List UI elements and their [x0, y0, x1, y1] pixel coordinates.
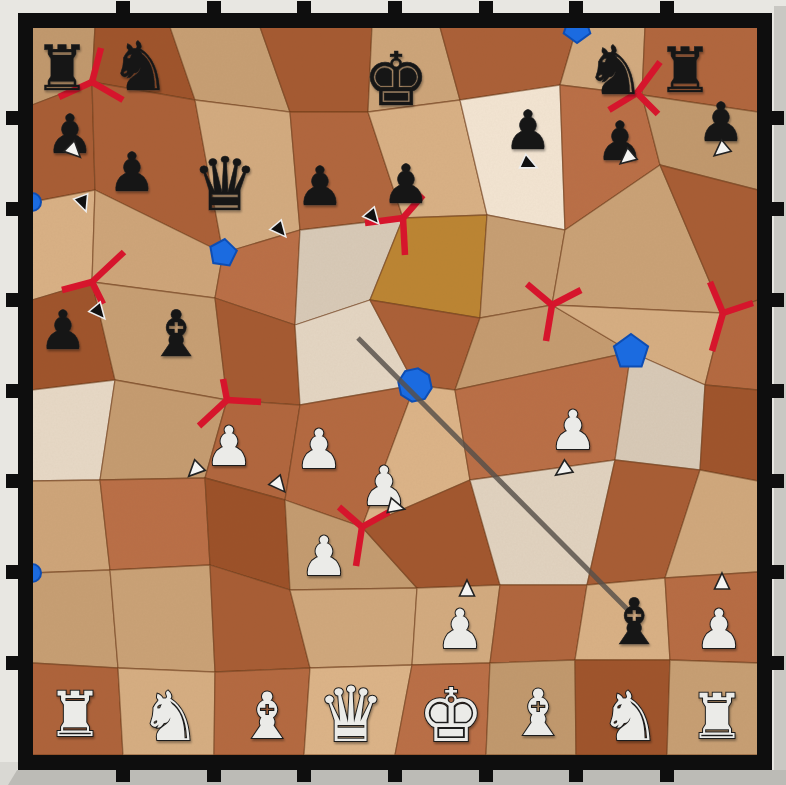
frame-tick: [660, 769, 674, 782]
frame-tick: [207, 1, 221, 14]
frame-tick: [116, 769, 130, 782]
frame-tick: [660, 1, 674, 14]
frame-tick: [207, 769, 221, 782]
chess-app-window: ♜♞♚♞♜♟♟♛♟♟♟♟♟♟♝♝♟♟♟♟♟♟♟♜♞♝♛♚♝♞♜: [0, 0, 786, 785]
frame-tick: [771, 474, 784, 488]
frame-tick: [6, 656, 19, 670]
frame-tick: [771, 293, 784, 307]
red-fork-arm-icon: [227, 400, 261, 402]
frame-tick: [771, 202, 784, 216]
frame-tick: [6, 474, 19, 488]
frame-tick: [479, 769, 493, 782]
piece-white-bishop-c1[interactable]: ♝: [238, 679, 295, 753]
piece-black-queen-c7[interactable]: ♛: [192, 141, 258, 227]
piece-white-pawn-d4[interactable]: ♟: [295, 418, 343, 481]
frame-tick: [388, 1, 402, 14]
piece-black-king-e8[interactable]: ♚: [363, 36, 429, 122]
frame-tick: [116, 1, 130, 14]
frame-tick: [6, 293, 19, 307]
piece-black-pawn-a7[interactable]: ♟: [46, 103, 94, 166]
piece-white-bishop-f1[interactable]: ♝: [509, 676, 566, 750]
piece-black-rook-a8[interactable]: ♜: [34, 32, 90, 105]
piece-black-pawn-b7[interactable]: ♟: [108, 141, 156, 204]
frame-tick: [6, 565, 19, 579]
warped-chessboard[interactable]: ♜♞♚♞♜♟♟♛♟♟♟♟♟♟♝♝♟♟♟♟♟♟♟♜♞♝♛♚♝♞♜: [0, 0, 786, 785]
piece-black-bishop-b5[interactable]: ♝: [147, 297, 204, 371]
frame-tick: [569, 769, 583, 782]
frame-tick: [771, 384, 784, 398]
frame-tick: [388, 769, 402, 782]
piece-black-pawn-f7[interactable]: ♟: [504, 99, 552, 162]
frame-tick: [569, 1, 583, 14]
piece-white-pawn-e2[interactable]: ♟: [436, 598, 484, 661]
frame-tick: [297, 769, 311, 782]
piece-black-bishop-g2[interactable]: ♝: [605, 585, 662, 659]
piece-white-knight-b1[interactable]: ♞: [140, 677, 201, 756]
frame-tick: [297, 1, 311, 14]
frame-tick: [771, 111, 784, 125]
piece-white-pawn-h2[interactable]: ♟: [695, 598, 743, 661]
piece-white-queen-d1[interactable]: ♛: [317, 670, 385, 759]
piece-black-pawn-e7[interactable]: ♟: [382, 153, 430, 216]
frame-tick: [479, 1, 493, 14]
frame-tick: [6, 384, 19, 398]
piece-white-rook-a1[interactable]: ♜: [47, 678, 103, 751]
piece-black-pawn-a5[interactable]: ♟: [39, 299, 87, 362]
red-fork-arm-icon: [403, 218, 405, 255]
frame-tick: [6, 111, 19, 125]
piece-white-pawn-c4[interactable]: ♟: [205, 415, 253, 478]
piece-white-rook-h1[interactable]: ♜: [689, 680, 745, 753]
frame-tick: [771, 656, 784, 670]
frame-tick: [771, 565, 784, 579]
piece-black-pawn-d7[interactable]: ♟: [296, 155, 344, 218]
piece-white-king-e1[interactable]: ♚: [418, 672, 484, 758]
piece-black-knight-g8[interactable]: ♞: [585, 31, 646, 110]
red-fork-arm-icon: [223, 379, 227, 400]
frame-tick: [6, 202, 19, 216]
piece-black-knight-b8[interactable]: ♞: [110, 27, 171, 106]
piece-white-pawn-f4[interactable]: ♟: [549, 399, 597, 462]
piece-white-knight-g1[interactable]: ♞: [600, 677, 661, 756]
piece-white-pawn-d3[interactable]: ♟: [300, 525, 348, 588]
